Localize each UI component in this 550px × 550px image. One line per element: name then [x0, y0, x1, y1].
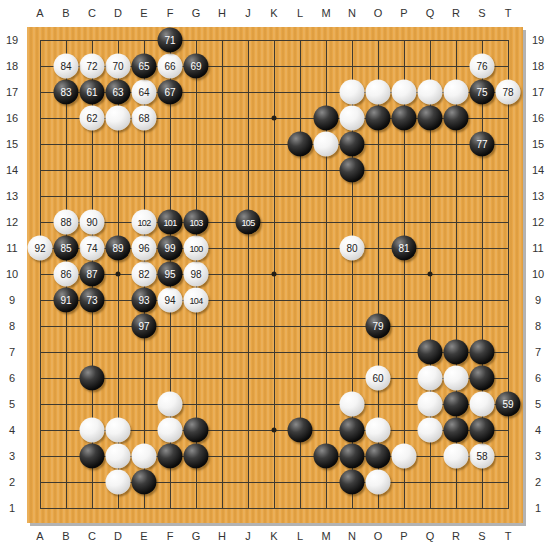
- stone-white-D3: [106, 444, 131, 469]
- move-number: 91: [60, 295, 71, 305]
- col-label-top-A: A: [27, 0, 53, 27]
- stone-white-S5: [470, 392, 495, 417]
- col-label-top-N: N: [339, 0, 365, 27]
- stone-white-D2: [106, 470, 131, 495]
- col-label-top-D: D: [105, 0, 131, 27]
- stone-black-C10: 87: [80, 262, 105, 287]
- row-label-right-18: 18: [526, 53, 550, 79]
- row-label-left-17: 17: [0, 79, 24, 105]
- stone-black-F17: 67: [158, 80, 183, 105]
- col-label-top-T: T: [495, 0, 521, 27]
- row-label-left-9: 9: [0, 287, 24, 313]
- col-label-bottom-B: B: [53, 523, 79, 550]
- stone-white-B18: 84: [54, 54, 79, 79]
- row-label-right-3: 3: [526, 443, 550, 469]
- move-number: 62: [86, 113, 97, 123]
- stone-black-R5: [444, 392, 469, 417]
- move-number: 99: [164, 243, 175, 253]
- row-label-left-18: 18: [0, 53, 24, 79]
- row-label-right-7: 7: [526, 339, 550, 365]
- move-number: 69: [190, 61, 201, 71]
- stone-black-D17: 63: [106, 80, 131, 105]
- stone-white-S18: 76: [470, 54, 495, 79]
- row-label-left-19: 19: [0, 27, 24, 53]
- stone-black-F19: 71: [158, 28, 183, 53]
- stone-black-Q16: [418, 106, 443, 131]
- move-number: 77: [476, 139, 487, 149]
- col-label-bottom-J: J: [235, 523, 261, 550]
- move-number: 98: [190, 269, 201, 279]
- move-number: 92: [34, 243, 45, 253]
- move-number: 104: [189, 295, 202, 305]
- stone-black-F11: 99: [158, 236, 183, 261]
- row-label-left-4: 4: [0, 417, 24, 443]
- stone-white-R17: [444, 80, 469, 105]
- move-number: 68: [138, 113, 149, 123]
- move-number: 90: [86, 217, 97, 227]
- stone-white-P17: [392, 80, 417, 105]
- row-label-right-14: 14: [526, 157, 550, 183]
- col-label-top-P: P: [391, 0, 417, 27]
- stone-white-O4: [366, 418, 391, 443]
- move-number: 74: [86, 243, 97, 253]
- stone-white-S3: 58: [470, 444, 495, 469]
- move-number: 94: [164, 295, 175, 305]
- move-number: 70: [112, 61, 123, 71]
- row-label-right-19: 19: [526, 27, 550, 53]
- stone-white-F4: [158, 418, 183, 443]
- move-number: 61: [86, 87, 97, 97]
- stone-black-F12: 101: [158, 210, 183, 235]
- row-label-left-12: 12: [0, 209, 24, 235]
- stone-white-E3: [132, 444, 157, 469]
- move-number: 93: [138, 295, 149, 305]
- col-label-bottom-Q: Q: [417, 523, 443, 550]
- stone-black-O16: [366, 106, 391, 131]
- stone-white-R6: [444, 366, 469, 391]
- col-label-bottom-C: C: [79, 523, 105, 550]
- col-label-top-E: E: [131, 0, 157, 27]
- row-label-right-11: 11: [526, 235, 550, 261]
- col-label-bottom-A: A: [27, 523, 53, 550]
- row-label-left-6: 6: [0, 365, 24, 391]
- col-label-bottom-R: R: [443, 523, 469, 550]
- col-label-top-F: F: [157, 0, 183, 27]
- star-point-K10: [272, 272, 277, 277]
- star-point-Q10: [428, 272, 433, 277]
- row-label-left-3: 3: [0, 443, 24, 469]
- stone-black-T5: 59: [496, 392, 521, 417]
- col-label-bottom-M: M: [313, 523, 339, 550]
- stone-black-S6: [470, 366, 495, 391]
- stone-black-M3: [314, 444, 339, 469]
- stone-white-Q4: [418, 418, 443, 443]
- row-label-left-16: 16: [0, 105, 24, 131]
- col-label-top-C: C: [79, 0, 105, 27]
- move-number: 80: [346, 243, 357, 253]
- stone-black-L4: [288, 418, 313, 443]
- row-label-left-8: 8: [0, 313, 24, 339]
- stone-white-R3: [444, 444, 469, 469]
- stone-white-F18: 66: [158, 54, 183, 79]
- go-board[interactable]: 5859606162636465666768697071727374757677…: [27, 27, 523, 523]
- stone-white-O17: [366, 80, 391, 105]
- move-number: 79: [372, 321, 383, 331]
- stone-black-N14: [340, 158, 365, 183]
- col-label-bottom-L: L: [287, 523, 313, 550]
- stone-white-B12: 88: [54, 210, 79, 235]
- col-label-bottom-O: O: [365, 523, 391, 550]
- stone-black-N3: [340, 444, 365, 469]
- stone-black-N2: [340, 470, 365, 495]
- stone-black-J12: 105: [236, 210, 261, 235]
- stone-black-L15: [288, 132, 313, 157]
- col-label-bottom-D: D: [105, 523, 131, 550]
- row-label-right-6: 6: [526, 365, 550, 391]
- move-number: 75: [476, 87, 487, 97]
- stone-black-G12: 103: [184, 210, 209, 235]
- stone-white-Q17: [418, 80, 443, 105]
- col-label-bottom-H: H: [209, 523, 235, 550]
- stone-white-D4: [106, 418, 131, 443]
- move-number: 64: [138, 87, 149, 97]
- move-number: 81: [398, 243, 409, 253]
- stone-black-N4: [340, 418, 365, 443]
- stone-white-E12: 102: [132, 210, 157, 235]
- stone-white-C18: 72: [80, 54, 105, 79]
- move-number: 66: [164, 61, 175, 71]
- col-label-top-H: H: [209, 0, 235, 27]
- row-label-right-13: 13: [526, 183, 550, 209]
- stone-black-C9: 73: [80, 288, 105, 313]
- star-point-K16: [272, 116, 277, 121]
- stone-black-F10: 95: [158, 262, 183, 287]
- stone-black-B11: 85: [54, 236, 79, 261]
- stone-white-F9: 94: [158, 288, 183, 313]
- stone-black-R7: [444, 340, 469, 365]
- stone-black-S15: 77: [470, 132, 495, 157]
- move-number: 73: [86, 295, 97, 305]
- move-number: 97: [138, 321, 149, 331]
- row-label-right-10: 10: [526, 261, 550, 287]
- row-label-right-2: 2: [526, 469, 550, 495]
- stone-white-E11: 96: [132, 236, 157, 261]
- col-label-top-Q: Q: [417, 0, 443, 27]
- stone-white-N16: [340, 106, 365, 131]
- move-number: 71: [164, 35, 175, 45]
- col-label-bottom-E: E: [131, 523, 157, 550]
- row-label-left-7: 7: [0, 339, 24, 365]
- move-number: 65: [138, 61, 149, 71]
- col-label-bottom-T: T: [495, 523, 521, 550]
- col-label-bottom-N: N: [339, 523, 365, 550]
- move-number: 76: [476, 61, 487, 71]
- star-point-K4: [272, 428, 277, 433]
- stone-white-D16: [106, 106, 131, 131]
- col-label-bottom-K: K: [261, 523, 287, 550]
- stone-black-E18: 65: [132, 54, 157, 79]
- move-number: 102: [137, 217, 150, 227]
- col-label-bottom-F: F: [157, 523, 183, 550]
- stone-black-S7: [470, 340, 495, 365]
- stone-white-B10: 86: [54, 262, 79, 287]
- move-number: 84: [60, 61, 71, 71]
- star-point-D10: [116, 272, 121, 277]
- col-label-bottom-G: G: [183, 523, 209, 550]
- stone-white-D18: 70: [106, 54, 131, 79]
- stone-white-M15: [314, 132, 339, 157]
- move-number: 59: [502, 399, 513, 409]
- stone-white-Q6: [418, 366, 443, 391]
- move-number: 87: [86, 269, 97, 279]
- stone-white-T17: 78: [496, 80, 521, 105]
- col-label-bottom-P: P: [391, 523, 417, 550]
- stone-black-G4: [184, 418, 209, 443]
- col-label-top-O: O: [365, 0, 391, 27]
- move-number: 58: [476, 451, 487, 461]
- row-label-right-17: 17: [526, 79, 550, 105]
- row-label-right-4: 4: [526, 417, 550, 443]
- stone-black-S17: 75: [470, 80, 495, 105]
- row-label-left-15: 15: [0, 131, 24, 157]
- stone-white-N5: [340, 392, 365, 417]
- move-number: 88: [60, 217, 71, 227]
- row-label-left-1: 1: [0, 495, 24, 521]
- stone-black-C6: [80, 366, 105, 391]
- stone-white-O2: [366, 470, 391, 495]
- stone-black-S4: [470, 418, 495, 443]
- stone-black-E2: [132, 470, 157, 495]
- stone-white-C11: 74: [80, 236, 105, 261]
- stone-white-C16: 62: [80, 106, 105, 131]
- move-number: 86: [60, 269, 71, 279]
- move-number: 96: [138, 243, 149, 253]
- move-number: 60: [372, 373, 383, 383]
- col-label-top-K: K: [261, 0, 287, 27]
- stone-black-N15: [340, 132, 365, 157]
- stone-white-C12: 90: [80, 210, 105, 235]
- col-label-top-L: L: [287, 0, 313, 27]
- move-number: 100: [189, 243, 202, 253]
- stone-black-C17: 61: [80, 80, 105, 105]
- stone-black-B17: 83: [54, 80, 79, 105]
- move-number: 89: [112, 243, 123, 253]
- stone-white-P3: [392, 444, 417, 469]
- row-label-left-14: 14: [0, 157, 24, 183]
- move-number: 63: [112, 87, 123, 97]
- stone-white-F5: [158, 392, 183, 417]
- move-number: 72: [86, 61, 97, 71]
- stone-black-E9: 93: [132, 288, 157, 313]
- row-label-left-10: 10: [0, 261, 24, 287]
- stone-black-O3: [366, 444, 391, 469]
- row-label-right-8: 8: [526, 313, 550, 339]
- row-label-right-16: 16: [526, 105, 550, 131]
- stone-white-E16: 68: [132, 106, 157, 131]
- stone-black-C3: [80, 444, 105, 469]
- stone-white-C4: [80, 418, 105, 443]
- stone-black-P11: 81: [392, 236, 417, 261]
- stone-white-N11: 80: [340, 236, 365, 261]
- stone-white-G10: 98: [184, 262, 209, 287]
- stone-black-M16: [314, 106, 339, 131]
- stone-white-E17: 64: [132, 80, 157, 105]
- stone-black-R4: [444, 418, 469, 443]
- move-number: 78: [502, 87, 513, 97]
- stone-black-P16: [392, 106, 417, 131]
- stone-white-N17: [340, 80, 365, 105]
- move-number: 103: [189, 217, 202, 227]
- stone-black-E8: 97: [132, 314, 157, 339]
- row-label-left-5: 5: [0, 391, 24, 417]
- row-label-right-15: 15: [526, 131, 550, 157]
- row-label-right-12: 12: [526, 209, 550, 235]
- col-label-top-J: J: [235, 0, 261, 27]
- col-label-top-R: R: [443, 0, 469, 27]
- col-label-top-S: S: [469, 0, 495, 27]
- move-number: 82: [138, 269, 149, 279]
- move-number: 67: [164, 87, 175, 97]
- stone-white-O6: 60: [366, 366, 391, 391]
- stone-black-D11: 89: [106, 236, 131, 261]
- stone-black-G18: 69: [184, 54, 209, 79]
- col-label-top-M: M: [313, 0, 339, 27]
- row-label-right-1: 1: [526, 495, 550, 521]
- stone-black-Q7: [418, 340, 443, 365]
- move-number: 105: [241, 217, 254, 227]
- row-label-right-9: 9: [526, 287, 550, 313]
- move-number: 83: [60, 87, 71, 97]
- row-label-right-5: 5: [526, 391, 550, 417]
- row-label-left-2: 2: [0, 469, 24, 495]
- col-label-top-G: G: [183, 0, 209, 27]
- move-number: 85: [60, 243, 71, 253]
- stone-white-E10: 82: [132, 262, 157, 287]
- stone-black-F3: [158, 444, 183, 469]
- stone-white-G11: 100: [184, 236, 209, 261]
- stone-white-Q5: [418, 392, 443, 417]
- stone-white-A11: 92: [28, 236, 53, 261]
- col-label-bottom-S: S: [469, 523, 495, 550]
- move-number: 95: [164, 269, 175, 279]
- move-number: 101: [163, 217, 176, 227]
- stone-black-O8: 79: [366, 314, 391, 339]
- stone-white-G9: 104: [184, 288, 209, 313]
- row-label-left-11: 11: [0, 235, 24, 261]
- col-label-top-B: B: [53, 0, 79, 27]
- stone-black-G3: [184, 444, 209, 469]
- stone-black-R16: [444, 106, 469, 131]
- stone-black-B9: 91: [54, 288, 79, 313]
- row-label-left-13: 13: [0, 183, 24, 209]
